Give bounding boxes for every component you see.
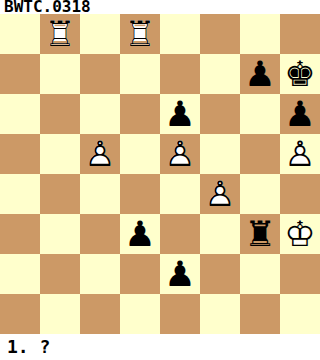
square-b4[interactable] <box>40 174 80 214</box>
square-c5[interactable]: ♟♙ <box>80 134 120 174</box>
square-b2[interactable] <box>40 254 80 294</box>
square-b6[interactable] <box>40 94 80 134</box>
black-rook: ♜ <box>240 214 280 254</box>
square-d8[interactable]: ♜♖ <box>120 14 160 54</box>
white-rook: ♖ <box>40 14 80 54</box>
square-h6[interactable]: ♟ <box>280 94 320 134</box>
chess-diagram-window: BWTC.0318 ♜♖♜♖♟♚♟♟♟♙♟♙♟♙♟♙♟♜♚♔♟ 1. ? <box>0 0 320 360</box>
black-pawn: ♟ <box>280 94 320 134</box>
white-pawn: ♙ <box>160 134 200 174</box>
square-a4[interactable] <box>0 174 40 214</box>
black-pawn: ♟ <box>240 54 280 94</box>
square-h2[interactable] <box>280 254 320 294</box>
square-g4[interactable] <box>240 174 280 214</box>
square-g5[interactable] <box>240 134 280 174</box>
square-f6[interactable] <box>200 94 240 134</box>
black-pawn: ♟ <box>160 254 200 294</box>
white-rook: ♖ <box>120 14 160 54</box>
puzzle-id-label: BWTC.0318 <box>4 0 91 14</box>
square-c1[interactable] <box>80 294 120 334</box>
square-h5[interactable]: ♟♙ <box>280 134 320 174</box>
square-e5[interactable]: ♟♙ <box>160 134 200 174</box>
square-e7[interactable] <box>160 54 200 94</box>
square-f8[interactable] <box>200 14 240 54</box>
black-pawn: ♟ <box>160 94 200 134</box>
square-f4[interactable]: ♟♙ <box>200 174 240 214</box>
square-b5[interactable] <box>40 134 80 174</box>
square-h3[interactable]: ♚♔ <box>280 214 320 254</box>
square-d4[interactable] <box>120 174 160 214</box>
square-g8[interactable] <box>240 14 280 54</box>
square-e2[interactable]: ♟ <box>160 254 200 294</box>
square-h1[interactable] <box>280 294 320 334</box>
square-c4[interactable] <box>80 174 120 214</box>
square-h4[interactable] <box>280 174 320 214</box>
square-a2[interactable] <box>0 254 40 294</box>
square-e1[interactable] <box>160 294 200 334</box>
square-f3[interactable] <box>200 214 240 254</box>
square-e6[interactable]: ♟ <box>160 94 200 134</box>
square-e4[interactable] <box>160 174 200 214</box>
square-c3[interactable] <box>80 214 120 254</box>
square-d7[interactable] <box>120 54 160 94</box>
white-pawn: ♙ <box>280 134 320 174</box>
square-d3[interactable]: ♟ <box>120 214 160 254</box>
square-e3[interactable] <box>160 214 200 254</box>
square-b1[interactable] <box>40 294 80 334</box>
square-b7[interactable] <box>40 54 80 94</box>
square-a5[interactable] <box>0 134 40 174</box>
chess-board: ♜♖♜♖♟♚♟♟♟♙♟♙♟♙♟♙♟♜♚♔♟ <box>0 14 320 334</box>
square-b3[interactable] <box>40 214 80 254</box>
square-g1[interactable] <box>240 294 280 334</box>
square-c6[interactable] <box>80 94 120 134</box>
square-g7[interactable]: ♟ <box>240 54 280 94</box>
square-a6[interactable] <box>0 94 40 134</box>
white-pawn: ♙ <box>80 134 120 174</box>
black-king: ♚ <box>280 54 320 94</box>
square-a7[interactable] <box>0 54 40 94</box>
square-a3[interactable] <box>0 214 40 254</box>
square-f1[interactable] <box>200 294 240 334</box>
square-d2[interactable] <box>120 254 160 294</box>
square-f5[interactable] <box>200 134 240 174</box>
square-c8[interactable] <box>80 14 120 54</box>
square-f2[interactable] <box>200 254 240 294</box>
square-g3[interactable]: ♜ <box>240 214 280 254</box>
white-pawn: ♙ <box>200 174 240 214</box>
move-prompt-label: 1. ? <box>7 336 50 358</box>
black-pawn: ♟ <box>120 214 160 254</box>
square-a8[interactable] <box>0 14 40 54</box>
square-g6[interactable] <box>240 94 280 134</box>
square-g2[interactable] <box>240 254 280 294</box>
square-b8[interactable]: ♜♖ <box>40 14 80 54</box>
square-f7[interactable] <box>200 54 240 94</box>
white-king: ♔ <box>280 214 320 254</box>
square-h7[interactable]: ♚ <box>280 54 320 94</box>
square-d6[interactable] <box>120 94 160 134</box>
square-d5[interactable] <box>120 134 160 174</box>
square-h8[interactable] <box>280 14 320 54</box>
square-d1[interactable] <box>120 294 160 334</box>
square-e8[interactable] <box>160 14 200 54</box>
square-c7[interactable] <box>80 54 120 94</box>
square-a1[interactable] <box>0 294 40 334</box>
square-c2[interactable] <box>80 254 120 294</box>
